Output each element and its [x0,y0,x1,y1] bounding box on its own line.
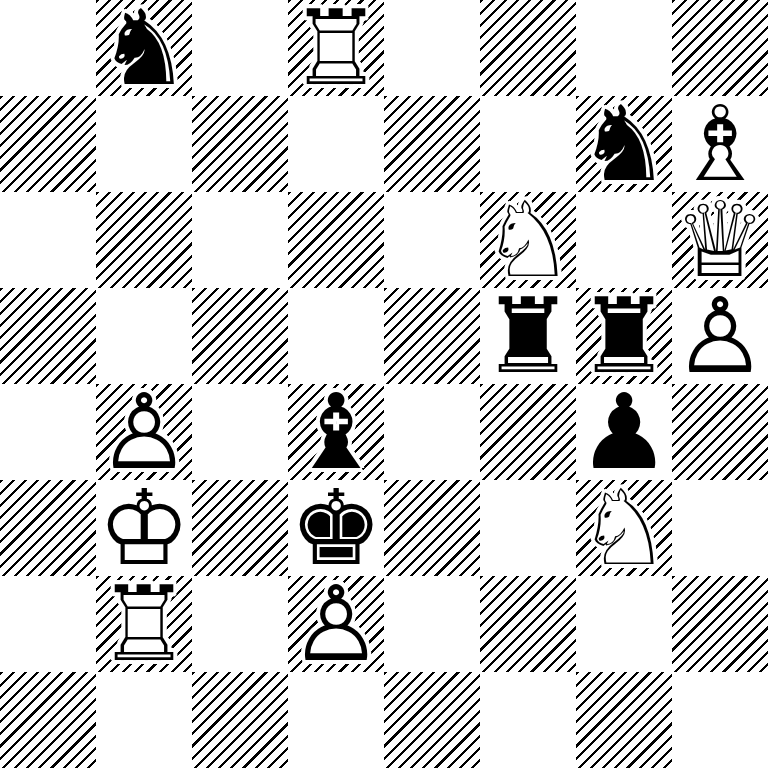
piece-white-knight[interactable]: ♘ [480,192,576,288]
square-g1[interactable] [576,672,672,768]
square-h2[interactable] [672,576,768,672]
square-e7[interactable] [384,96,480,192]
square-f7[interactable] [480,96,576,192]
square-h8[interactable] [672,0,768,96]
square-d4[interactable]: ♝ [288,384,384,480]
square-c2[interactable] [192,576,288,672]
square-b7[interactable] [96,96,192,192]
piece-black-rook[interactable]: ♜ [576,288,672,384]
square-a1[interactable] [0,672,96,768]
piece-white-pawn[interactable]: ♙ [288,576,384,672]
square-e4[interactable] [384,384,480,480]
square-a3[interactable] [0,480,96,576]
square-b2[interactable]: ♜♖ [96,576,192,672]
square-h1[interactable] [672,672,768,768]
square-f5[interactable]: ♜ [480,288,576,384]
square-g8[interactable] [576,0,672,96]
square-f4[interactable] [480,384,576,480]
square-d3[interactable]: ♚ [288,480,384,576]
square-d7[interactable] [288,96,384,192]
piece-white-pawn[interactable]: ♙ [672,288,768,384]
white-rook-fill: ♜ [96,576,192,672]
piece-white-rook[interactable]: ♖ [96,576,192,672]
square-f6[interactable]: ♞♘ [480,192,576,288]
square-d2[interactable]: ♟♙ [288,576,384,672]
square-e1[interactable] [384,672,480,768]
chess-board: ♞♜♖♞♝♗♞♘♛♕♜♜♟♙♟♙♝♟♚♔♚♞♘♜♖♟♙ [0,0,768,768]
square-e6[interactable] [384,192,480,288]
square-c3[interactable] [192,480,288,576]
square-a8[interactable] [0,0,96,96]
square-c7[interactable] [192,96,288,192]
square-b4[interactable]: ♟♙ [96,384,192,480]
square-a2[interactable] [0,576,96,672]
square-b5[interactable] [96,288,192,384]
piece-black-king[interactable]: ♚ [288,480,384,576]
square-d5[interactable] [288,288,384,384]
piece-white-knight[interactable]: ♘ [576,480,672,576]
square-a4[interactable] [0,384,96,480]
square-g6[interactable] [576,192,672,288]
piece-white-king[interactable]: ♔ [96,480,192,576]
square-f8[interactable] [480,0,576,96]
square-b1[interactable] [96,672,192,768]
piece-white-bishop[interactable]: ♗ [672,96,768,192]
square-e8[interactable] [384,0,480,96]
white-knight-fill: ♞ [480,192,576,288]
piece-black-bishop[interactable]: ♝ [288,384,384,480]
piece-black-knight[interactable]: ♞ [576,96,672,192]
square-g3[interactable]: ♞♘ [576,480,672,576]
piece-white-rook[interactable]: ♖ [288,0,384,96]
piece-white-queen[interactable]: ♕ [672,192,768,288]
square-b6[interactable] [96,192,192,288]
square-h4[interactable] [672,384,768,480]
square-d6[interactable] [288,192,384,288]
piece-black-knight[interactable]: ♞ [96,0,192,96]
white-pawn-fill: ♟ [672,288,768,384]
square-e5[interactable] [384,288,480,384]
square-e2[interactable] [384,576,480,672]
square-c6[interactable] [192,192,288,288]
piece-white-pawn[interactable]: ♙ [96,384,192,480]
white-queen-fill: ♛ [672,192,768,288]
square-c5[interactable] [192,288,288,384]
square-h7[interactable]: ♝♗ [672,96,768,192]
square-a5[interactable] [0,288,96,384]
square-h6[interactable]: ♛♕ [672,192,768,288]
square-a6[interactable] [0,192,96,288]
square-e3[interactable] [384,480,480,576]
square-g5[interactable]: ♜ [576,288,672,384]
white-bishop-fill: ♝ [672,96,768,192]
square-b8[interactable]: ♞ [96,0,192,96]
square-g2[interactable] [576,576,672,672]
square-b3[interactable]: ♚♔ [96,480,192,576]
white-pawn-fill: ♟ [96,384,192,480]
square-c1[interactable] [192,672,288,768]
square-f1[interactable] [480,672,576,768]
square-g7[interactable]: ♞ [576,96,672,192]
white-king-fill: ♚ [96,480,192,576]
square-c8[interactable] [192,0,288,96]
white-knight-fill: ♞ [576,480,672,576]
square-d1[interactable] [288,672,384,768]
square-h5[interactable]: ♟♙ [672,288,768,384]
square-f3[interactable] [480,480,576,576]
white-pawn-fill: ♟ [288,576,384,672]
white-rook-fill: ♜ [288,0,384,96]
square-g4[interactable]: ♟ [576,384,672,480]
piece-black-rook[interactable]: ♜ [480,288,576,384]
square-a7[interactable] [0,96,96,192]
square-c4[interactable] [192,384,288,480]
square-h3[interactable] [672,480,768,576]
square-d8[interactable]: ♜♖ [288,0,384,96]
square-f2[interactable] [480,576,576,672]
piece-black-pawn[interactable]: ♟ [576,384,672,480]
